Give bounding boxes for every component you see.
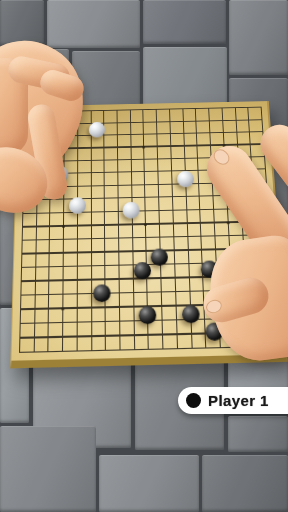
black-stone — [150, 248, 168, 266]
floor-tile — [0, 0, 44, 46]
black-stone — [205, 323, 223, 342]
star-point — [61, 307, 64, 310]
black-stone-icon — [186, 393, 201, 408]
floor-tile — [229, 0, 288, 75]
black-stone — [200, 260, 218, 278]
black-stone — [133, 262, 151, 280]
star-point — [231, 303, 234, 306]
floor-tile — [47, 0, 140, 48]
game-screen: Player 1 — [0, 0, 288, 512]
white-stone — [89, 122, 105, 138]
floor-tile — [0, 426, 96, 512]
player-turn-badge: Player 1 — [178, 387, 288, 414]
star-point — [62, 224, 65, 227]
go-board — [10, 101, 288, 368]
player-label: Player 1 — [208, 392, 269, 409]
star-point — [143, 145, 146, 148]
board-grid[interactable] — [19, 107, 278, 353]
white-stone — [51, 166, 68, 182]
white-stone — [122, 202, 139, 219]
white-stone — [69, 197, 86, 214]
star-point — [226, 221, 229, 224]
black-stone — [93, 284, 111, 302]
white-stone — [52, 137, 69, 153]
star-point — [144, 223, 147, 226]
black-stone — [182, 305, 200, 323]
floor-tile — [202, 455, 288, 512]
floor-tile — [99, 455, 199, 512]
floor-tile — [143, 0, 226, 44]
star-point — [222, 143, 225, 146]
floor-tile — [228, 416, 288, 452]
white-stone — [177, 171, 194, 188]
black-stone — [139, 307, 157, 325]
